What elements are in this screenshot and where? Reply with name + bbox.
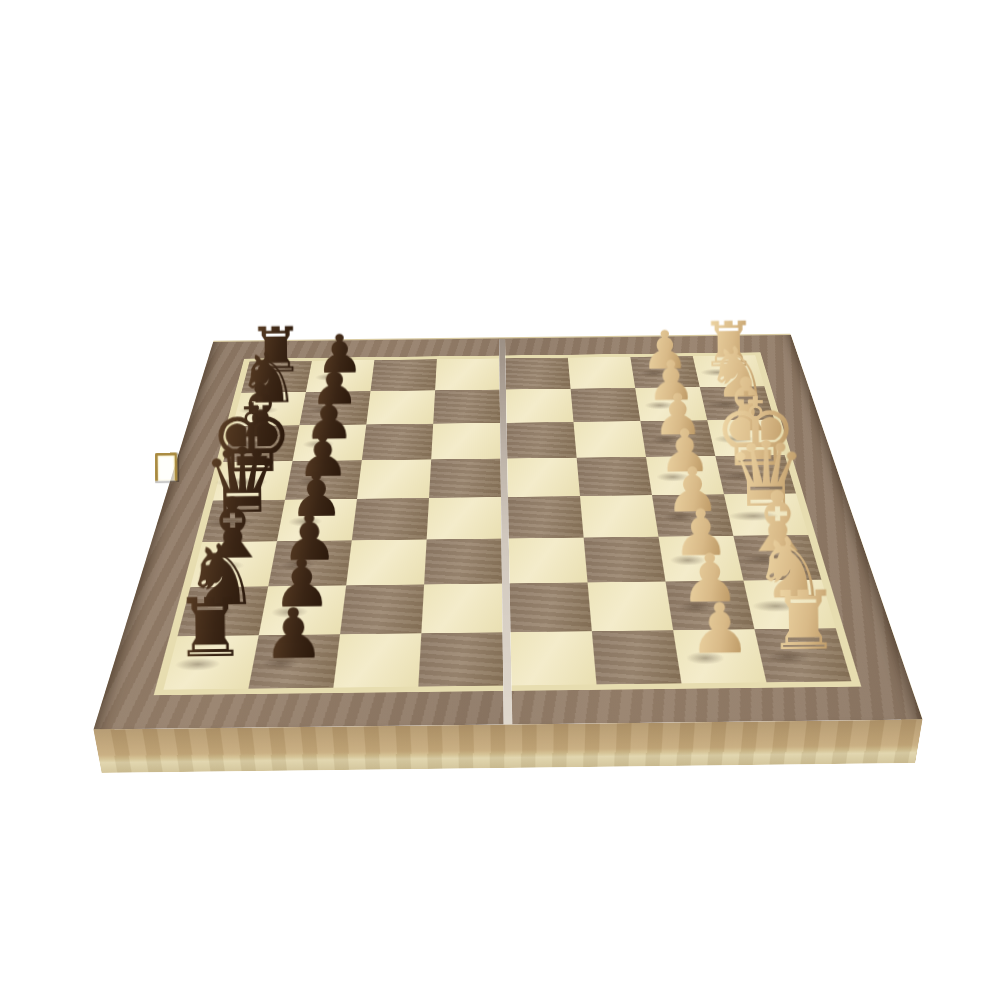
board-square[interactable] <box>630 356 699 388</box>
product-photo: ♜♟♟♜♞♟♟♞♝♟♟♝♚♟♟♚♛♟♟♛♝♟♟♝♞♟♟♞♜♟♟♜ <box>0 0 1001 1001</box>
brass-clasp-loop <box>155 452 178 481</box>
board-square[interactable] <box>573 421 645 458</box>
board-square[interactable] <box>640 420 715 456</box>
board-square[interactable] <box>568 357 635 389</box>
board-square[interactable] <box>571 388 641 422</box>
board-square[interactable] <box>429 459 501 498</box>
board-square[interactable] <box>299 391 370 425</box>
board-square[interactable] <box>693 355 765 387</box>
piece-glyph: ♜ <box>173 588 247 670</box>
board-square[interactable] <box>431 423 500 460</box>
board-square[interactable] <box>435 358 500 390</box>
board-square[interactable] <box>507 422 577 459</box>
board-square[interactable] <box>577 457 652 496</box>
board-square[interactable] <box>241 361 312 393</box>
board-square[interactable] <box>635 387 707 421</box>
piece-glyph: ♟ <box>688 593 751 663</box>
board-square[interactable] <box>306 360 374 392</box>
board-square[interactable] <box>507 458 580 497</box>
board-square[interactable] <box>433 390 500 424</box>
piece-glyph: ♟ <box>262 598 325 668</box>
board-square[interactable] <box>233 392 306 426</box>
board-square[interactable] <box>370 359 436 391</box>
board-scene: ♜♟♟♜♞♟♟♞♝♟♟♝♚♟♟♚♛♟♟♛♝♟♟♝♞♟♟♞♜♟♟♜ <box>0 0 1001 1001</box>
board-square[interactable] <box>700 386 774 420</box>
board-side-front <box>94 719 923 772</box>
chess-board: ♜♟♟♜♞♟♟♞♝♟♟♝♚♟♟♚♛♟♟♛♝♟♟♝♞♟♟♞♜♟♟♜ <box>94 335 923 730</box>
board-square[interactable] <box>292 424 366 461</box>
piece-glyph: ♜ <box>766 580 840 662</box>
board-square[interactable] <box>506 389 574 423</box>
board-square[interactable] <box>357 459 431 498</box>
board-square[interactable] <box>366 390 435 424</box>
board-square[interactable] <box>362 424 433 461</box>
board-square[interactable] <box>505 358 570 390</box>
